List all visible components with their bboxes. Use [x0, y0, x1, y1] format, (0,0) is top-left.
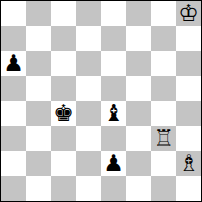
square-b5[interactable] [26, 76, 51, 101]
square-h1[interactable] [176, 176, 201, 201]
square-f3[interactable] [126, 126, 151, 151]
square-c2[interactable] [51, 151, 76, 176]
square-a6[interactable]: ♟ [1, 51, 26, 76]
square-e5[interactable] [101, 76, 126, 101]
square-d3[interactable] [76, 126, 101, 151]
square-e8[interactable] [101, 1, 126, 26]
square-b3[interactable] [26, 126, 51, 151]
square-g1[interactable] [151, 176, 176, 201]
square-a7[interactable] [1, 26, 26, 51]
square-d8[interactable] [76, 1, 101, 26]
square-h5[interactable] [176, 76, 201, 101]
square-b8[interactable] [26, 1, 51, 26]
square-b1[interactable] [26, 176, 51, 201]
square-g4[interactable] [151, 101, 176, 126]
square-a1[interactable] [1, 176, 26, 201]
black-king-piece: ♚ [53, 101, 74, 126]
square-a3[interactable] [1, 126, 26, 151]
white-bishop-piece: ♗ [178, 151, 199, 176]
square-d4[interactable] [76, 101, 101, 126]
square-f1[interactable] [126, 176, 151, 201]
square-c7[interactable] [51, 26, 76, 51]
square-c4[interactable]: ♚ [51, 101, 76, 126]
square-c3[interactable] [51, 126, 76, 151]
square-c1[interactable] [51, 176, 76, 201]
square-b6[interactable] [26, 51, 51, 76]
square-e2[interactable]: ♟ [101, 151, 126, 176]
square-e4[interactable]: ♝ [101, 101, 126, 126]
white-king-piece: ♔ [178, 1, 199, 26]
square-c6[interactable] [51, 51, 76, 76]
square-h4[interactable] [176, 101, 201, 126]
square-d6[interactable] [76, 51, 101, 76]
square-b4[interactable] [26, 101, 51, 126]
square-h2[interactable]: ♗ [176, 151, 201, 176]
square-f6[interactable] [126, 51, 151, 76]
square-d2[interactable] [76, 151, 101, 176]
square-b2[interactable] [26, 151, 51, 176]
square-d1[interactable] [76, 176, 101, 201]
square-d5[interactable] [76, 76, 101, 101]
square-g2[interactable] [151, 151, 176, 176]
square-a4[interactable] [1, 101, 26, 126]
square-e3[interactable] [101, 126, 126, 151]
square-h7[interactable] [176, 26, 201, 51]
square-f2[interactable] [126, 151, 151, 176]
chess-board: ♔♟♚♝♖♟♗ [0, 0, 202, 202]
square-e1[interactable] [101, 176, 126, 201]
square-h6[interactable] [176, 51, 201, 76]
square-h8[interactable]: ♔ [176, 1, 201, 26]
black-pawn-piece: ♟ [3, 51, 24, 76]
square-f7[interactable] [126, 26, 151, 51]
square-f5[interactable] [126, 76, 151, 101]
white-rook-piece: ♖ [153, 126, 174, 151]
square-e6[interactable] [101, 51, 126, 76]
black-bishop-piece: ♝ [103, 101, 124, 126]
square-a5[interactable] [1, 76, 26, 101]
square-c8[interactable] [51, 1, 76, 26]
square-f4[interactable] [126, 101, 151, 126]
square-a8[interactable] [1, 1, 26, 26]
square-e7[interactable] [101, 26, 126, 51]
square-g5[interactable] [151, 76, 176, 101]
black-pawn-piece: ♟ [103, 151, 124, 176]
square-b7[interactable] [26, 26, 51, 51]
square-c5[interactable] [51, 76, 76, 101]
square-h3[interactable] [176, 126, 201, 151]
square-f8[interactable] [126, 1, 151, 26]
square-a2[interactable] [1, 151, 26, 176]
square-g8[interactable] [151, 1, 176, 26]
square-g3[interactable]: ♖ [151, 126, 176, 151]
square-g6[interactable] [151, 51, 176, 76]
square-g7[interactable] [151, 26, 176, 51]
square-d7[interactable] [76, 26, 101, 51]
